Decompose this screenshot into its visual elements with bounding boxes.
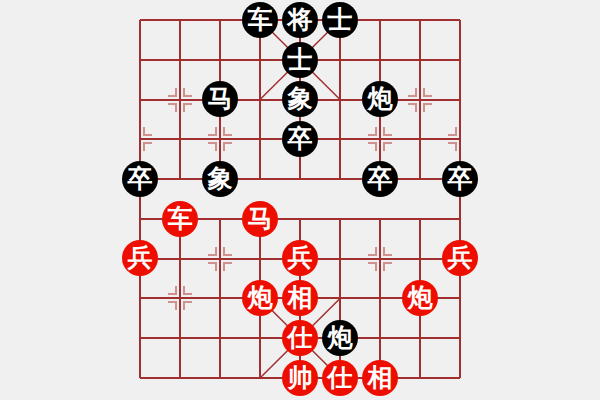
piece-black-elephant[interactable]: 象 — [282, 81, 318, 117]
piece-black-horse[interactable]: 马 — [202, 81, 238, 117]
piece-red-cannon[interactable]: 炮 — [402, 280, 438, 316]
piece-black-elephant[interactable]: 象 — [202, 161, 238, 197]
piece-red-soldier[interactable]: 兵 — [442, 240, 478, 276]
piece-black-soldier[interactable]: 卒 — [282, 121, 318, 157]
piece-red-general[interactable]: 帅 — [282, 360, 318, 396]
piece-black-advisor[interactable]: 士 — [282, 42, 318, 78]
piece-red-elephant[interactable]: 相 — [362, 360, 398, 396]
piece-black-soldier[interactable]: 卒 — [362, 161, 398, 197]
xiangqi-board[interactable]: 车将士士马象炮卒卒象卒卒车马兵兵兵炮相炮仕炮帅仕相 — [120, 0, 480, 398]
piece-black-cannon[interactable]: 炮 — [362, 81, 398, 117]
xiangqi-app-screen: 车将士士马象炮卒卒象卒卒车马兵兵兵炮相炮仕炮帅仕相 — [0, 0, 600, 400]
piece-black-chariot[interactable]: 车 — [242, 2, 278, 38]
piece-red-horse[interactable]: 马 — [242, 201, 278, 237]
piece-black-soldier[interactable]: 卒 — [442, 161, 478, 197]
piece-red-cannon[interactable]: 炮 — [242, 280, 278, 316]
piece-red-soldier[interactable]: 兵 — [122, 240, 158, 276]
piece-black-soldier[interactable]: 卒 — [122, 161, 158, 197]
piece-red-elephant[interactable]: 相 — [282, 280, 318, 316]
piece-red-chariot[interactable]: 车 — [162, 201, 198, 237]
piece-black-cannon[interactable]: 炮 — [322, 320, 358, 356]
piece-red-advisor[interactable]: 仕 — [322, 360, 358, 396]
piece-red-soldier[interactable]: 兵 — [282, 240, 318, 276]
piece-black-advisor[interactable]: 士 — [322, 2, 358, 38]
piece-red-advisor[interactable]: 仕 — [282, 320, 318, 356]
piece-black-general[interactable]: 将 — [282, 2, 318, 38]
